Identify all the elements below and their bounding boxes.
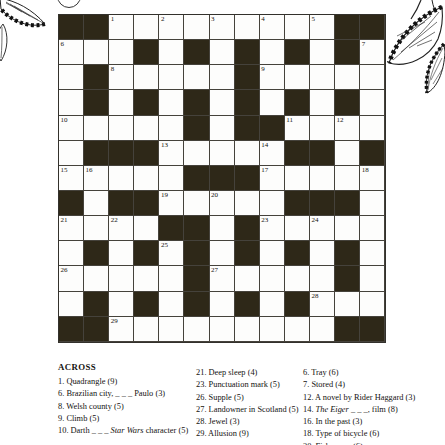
black-cell	[335, 317, 360, 342]
white-cell[interactable]	[310, 40, 335, 65]
white-cell[interactable]	[310, 241, 335, 266]
white-cell[interactable]	[285, 65, 310, 90]
white-cell[interactable]: 19	[159, 191, 184, 216]
white-cell[interactable]	[59, 292, 84, 317]
white-cell[interactable]	[210, 216, 235, 241]
clue-number: 20	[211, 191, 218, 199]
white-cell[interactable]	[159, 116, 184, 141]
white-cell[interactable]	[360, 191, 385, 216]
black-cell	[285, 90, 310, 115]
white-cell[interactable]	[84, 191, 109, 216]
white-cell[interactable]	[285, 15, 310, 40]
white-cell[interactable]	[210, 241, 235, 266]
black-cell	[360, 15, 385, 40]
black-cell	[59, 191, 84, 216]
black-cell	[285, 40, 310, 65]
black-cell	[84, 292, 109, 317]
white-cell[interactable]	[285, 266, 310, 291]
white-cell[interactable]: 29	[109, 317, 134, 342]
clue-number: 7	[362, 40, 366, 48]
white-cell[interactable]	[210, 317, 235, 342]
white-cell[interactable]	[360, 90, 385, 115]
black-cell	[235, 166, 260, 191]
clue-number: 2	[161, 15, 165, 23]
circle-arc-icon	[58, 0, 81, 8]
white-cell[interactable]	[235, 191, 260, 216]
clue-down-20: 20. Fisherman (6)	[303, 441, 444, 445]
white-cell[interactable]: 9	[260, 65, 285, 90]
white-cell[interactable]	[84, 40, 109, 65]
white-cell[interactable]	[84, 216, 109, 241]
white-cell[interactable]	[335, 166, 360, 191]
white-cell[interactable]: 14	[260, 141, 285, 166]
black-cell	[285, 191, 310, 216]
white-cell[interactable]	[210, 65, 235, 90]
white-cell[interactable]: 8	[109, 65, 134, 90]
clue-across-28: 28. Jewel (3)	[196, 416, 316, 428]
white-cell[interactable]: 21	[59, 216, 84, 241]
black-cell	[84, 241, 109, 266]
white-cell[interactable]	[134, 116, 159, 141]
clue-number: 8	[111, 65, 115, 73]
white-cell[interactable]: 15	[59, 166, 84, 191]
black-cell	[285, 292, 310, 317]
white-cell[interactable]	[109, 241, 134, 266]
black-cell	[235, 65, 260, 90]
white-cell[interactable]	[310, 266, 335, 291]
white-cell[interactable]	[210, 141, 235, 166]
white-cell[interactable]: 17	[260, 166, 285, 191]
black-cell	[335, 266, 360, 291]
white-cell[interactable]	[360, 65, 385, 90]
clue-number: 13	[161, 141, 168, 149]
black-cell	[235, 116, 260, 141]
clue-number: 24	[311, 216, 318, 224]
white-cell[interactable]	[285, 317, 310, 342]
black-cell	[285, 241, 310, 266]
white-cell[interactable]	[159, 65, 184, 90]
clue-down-18: 18. Type of bicycle (6)	[303, 428, 444, 440]
clue-number: 4	[261, 15, 265, 23]
black-cell	[235, 292, 260, 317]
white-cell[interactable]	[285, 216, 310, 241]
black-cell	[134, 40, 159, 65]
white-cell[interactable]	[159, 292, 184, 317]
black-cell	[109, 191, 134, 216]
black-cell	[59, 15, 84, 40]
clue-across-1: 1. Quadrangle (9)	[58, 376, 191, 388]
black-cell	[210, 166, 235, 191]
clue-across-26: 26. Supple (5)	[196, 392, 316, 404]
white-cell[interactable]	[260, 317, 285, 342]
black-cell	[134, 292, 159, 317]
crossword-grid: 1234567891011121314151617181920212223242…	[58, 14, 386, 343]
white-cell[interactable]: 26	[59, 266, 84, 291]
white-cell[interactable]: 3	[210, 15, 235, 40]
white-cell[interactable]: 11	[285, 116, 310, 141]
black-cell	[235, 90, 260, 115]
white-cell[interactable]	[210, 292, 235, 317]
clue-number: 19	[161, 191, 168, 199]
black-cell	[184, 266, 209, 291]
across-clues-column-continued: 21. Deep sleep (4)23. Punctuation mark (…	[196, 367, 316, 441]
white-cell[interactable]	[109, 266, 134, 291]
down-clues-column: 6. Tray (6)7. Stored (4)12. A novel by R…	[303, 367, 444, 445]
white-cell[interactable]	[184, 141, 209, 166]
black-cell	[84, 65, 109, 90]
clue-number: 21	[61, 216, 68, 224]
white-cell[interactable]	[134, 266, 159, 291]
clue-down-16: 16. In the past (3)	[303, 416, 444, 428]
black-cell	[134, 241, 159, 266]
white-cell[interactable]	[235, 317, 260, 342]
white-cell[interactable]	[159, 166, 184, 191]
clue-number: 25	[161, 241, 168, 249]
white-cell[interactable]	[335, 216, 360, 241]
white-cell[interactable]	[59, 141, 84, 166]
white-cell[interactable]	[84, 116, 109, 141]
white-cell[interactable]	[260, 266, 285, 291]
black-cell	[134, 90, 159, 115]
black-cell	[184, 241, 209, 266]
white-cell[interactable]: 27	[210, 266, 235, 291]
black-cell	[184, 90, 209, 115]
white-cell[interactable]	[59, 241, 84, 266]
clue-across-9: 9. Climb (5)	[58, 413, 191, 425]
black-cell	[235, 216, 260, 241]
white-cell[interactable]: 16	[84, 166, 109, 191]
clue-across-29: 29. Allusion (9)	[196, 428, 316, 440]
clue-across-27: 27. Landowner in Scotland (5)	[196, 404, 316, 416]
white-cell[interactable]	[360, 216, 385, 241]
white-cell[interactable]	[310, 116, 335, 141]
white-cell[interactable]: 6	[59, 40, 84, 65]
black-cell	[159, 216, 184, 241]
leaf-cluster-top-right-decoration	[387, 0, 445, 115]
white-cell[interactable]	[235, 266, 260, 291]
across-clues-column: ACROSS 1. Quadrangle (9)6. Brazilian cit…	[58, 362, 191, 437]
black-cell	[260, 116, 285, 141]
clue-number: 22	[111, 216, 118, 224]
white-cell[interactable]	[109, 292, 134, 317]
clue-number: 18	[362, 166, 369, 174]
white-cell[interactable]	[285, 166, 310, 191]
white-cell[interactable]	[260, 90, 285, 115]
clue-number: 15	[61, 166, 68, 174]
black-cell	[109, 141, 134, 166]
white-cell[interactable]	[260, 40, 285, 65]
clue-number: 11	[286, 116, 293, 124]
white-cell[interactable]: 7	[360, 40, 385, 65]
black-cell	[235, 241, 260, 266]
clue-down-6: 6. Tray (6)	[303, 367, 444, 379]
white-cell[interactable]	[360, 266, 385, 291]
black-cell	[184, 166, 209, 191]
white-cell[interactable]: 25	[159, 241, 184, 266]
black-cell	[134, 191, 159, 216]
white-cell[interactable]: 10	[59, 116, 84, 141]
black-cell	[335, 90, 360, 115]
white-cell[interactable]: 1	[109, 15, 134, 40]
white-cell[interactable]	[210, 90, 235, 115]
clue-number: 12	[337, 116, 344, 124]
white-cell[interactable]	[210, 40, 235, 65]
clue-down-7: 7. Stored (4)	[303, 379, 444, 391]
white-cell[interactable]: 13	[159, 141, 184, 166]
clue-number: 28	[311, 292, 318, 300]
clue-number: 5	[311, 15, 315, 23]
white-cell[interactable]	[335, 141, 360, 166]
clue-number: 3	[211, 15, 215, 23]
black-cell	[235, 40, 260, 65]
black-cell	[184, 216, 209, 241]
clue-number: 6	[61, 40, 65, 48]
white-cell[interactable]	[210, 116, 235, 141]
white-cell[interactable]	[84, 266, 109, 291]
clue-number: 16	[86, 166, 93, 174]
clue-number: 29	[111, 317, 118, 325]
black-cell	[84, 90, 109, 115]
white-cell[interactable]: 18	[360, 166, 385, 191]
white-cell[interactable]	[159, 317, 184, 342]
black-cell	[59, 317, 84, 342]
white-cell[interactable]: 22	[109, 216, 134, 241]
white-cell[interactable]	[159, 90, 184, 115]
across-heading: ACROSS	[58, 362, 191, 372]
white-cell[interactable]	[159, 266, 184, 291]
white-cell[interactable]	[109, 116, 134, 141]
black-cell	[184, 40, 209, 65]
black-cell	[134, 141, 159, 166]
white-cell[interactable]	[235, 141, 260, 166]
clue-number: 14	[261, 141, 268, 149]
white-cell[interactable]	[59, 65, 84, 90]
black-cell	[335, 241, 360, 266]
clue-number: 27	[211, 266, 218, 274]
black-cell	[310, 141, 335, 166]
black-cell	[84, 15, 109, 40]
white-cell[interactable]	[260, 241, 285, 266]
white-cell[interactable]	[109, 166, 134, 191]
clue-number: 23	[261, 216, 268, 224]
white-cell[interactable]	[109, 90, 134, 115]
clue-number: 9	[261, 65, 265, 73]
white-cell[interactable]	[59, 90, 84, 115]
white-cell[interactable]	[335, 292, 360, 317]
black-cell	[285, 141, 310, 166]
black-cell	[184, 116, 209, 141]
crossword-page: 1234567891011121314151617181920212223242…	[0, 0, 445, 445]
clue-across-8: 8. Welsh county (5)	[58, 401, 191, 413]
white-cell[interactable]	[310, 90, 335, 115]
black-cell	[335, 40, 360, 65]
black-cell	[360, 317, 385, 342]
clue-across-6: 6. Brazilian city, _ _ _ Paulo (3)	[58, 388, 191, 400]
white-cell[interactable]: 12	[335, 116, 360, 141]
clue-number: 17	[261, 166, 268, 174]
white-cell[interactable]	[260, 191, 285, 216]
white-cell[interactable]	[260, 292, 285, 317]
white-cell[interactable]	[360, 292, 385, 317]
clue-number: 26	[61, 266, 68, 274]
white-cell[interactable]	[310, 317, 335, 342]
white-cell[interactable]: 20	[210, 191, 235, 216]
white-cell[interactable]	[360, 116, 385, 141]
white-cell[interactable]	[310, 166, 335, 191]
clue-down-14: 14. The Eiger _ _ _, film (8)	[303, 404, 444, 416]
black-cell	[84, 141, 109, 166]
white-cell[interactable]	[134, 317, 159, 342]
white-cell[interactable]	[184, 191, 209, 216]
clue-number: 1	[111, 15, 115, 23]
white-cell[interactable]	[235, 15, 260, 40]
clue-across-21: 21. Deep sleep (4)	[196, 367, 316, 379]
white-cell[interactable]	[134, 166, 159, 191]
white-cell[interactable]	[184, 317, 209, 342]
black-cell	[360, 141, 385, 166]
white-cell[interactable]: 2	[159, 15, 184, 40]
white-cell[interactable]: 28	[310, 292, 335, 317]
white-cell[interactable]	[134, 15, 159, 40]
black-cell	[310, 191, 335, 216]
white-cell[interactable]: 23	[260, 216, 285, 241]
white-cell[interactable]: 4	[260, 15, 285, 40]
white-cell[interactable]	[310, 65, 335, 90]
black-cell	[335, 15, 360, 40]
white-cell[interactable]	[360, 241, 385, 266]
clue-down-12: 12. A novel by Rider Haggard (3)	[303, 392, 444, 404]
white-cell[interactable]	[134, 65, 159, 90]
clue-across-10: 10. Darth _ _ _ Star Wars character (5)	[58, 425, 191, 437]
black-cell	[184, 292, 209, 317]
white-cell[interactable]: 5	[310, 15, 335, 40]
white-cell[interactable]	[335, 65, 360, 90]
white-cell[interactable]	[184, 65, 209, 90]
clue-number: 10	[61, 116, 68, 124]
black-cell	[84, 317, 109, 342]
white-cell[interactable]: 24	[310, 216, 335, 241]
white-cell[interactable]	[159, 40, 184, 65]
white-cell[interactable]	[134, 216, 159, 241]
black-cell	[335, 191, 360, 216]
white-cell[interactable]	[109, 40, 134, 65]
white-cell[interactable]	[184, 15, 209, 40]
clue-across-23: 23. Punctuation mark (5)	[196, 379, 316, 391]
